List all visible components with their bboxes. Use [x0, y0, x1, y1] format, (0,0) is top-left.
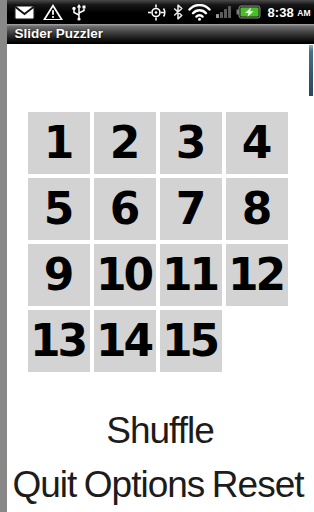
shuffle-button[interactable]: Shuffle [106, 409, 214, 453]
tile-2[interactable]: 2 [94, 112, 156, 174]
tile-10[interactable]: 10 [94, 244, 156, 306]
app-title-bar: Slider Puzzler [7, 24, 314, 44]
status-bar-notifications [14, 4, 87, 21]
status-bar-system: 8:38 AM [148, 4, 311, 21]
tile-3[interactable]: 3 [160, 112, 222, 174]
app-title: Slider Puzzler [15, 26, 104, 41]
status-bar-clock: 8:38 AM [268, 5, 311, 20]
mail-icon [14, 5, 35, 20]
status-bar: 8:38 AM [7, 0, 314, 24]
tile-1[interactable]: 1 [28, 112, 90, 174]
quit-button[interactable]: Quit [13, 463, 77, 507]
usb-icon [71, 4, 87, 21]
tile-7[interactable]: 7 [160, 178, 222, 240]
empty-cell [226, 310, 288, 372]
tile-5[interactable]: 5 [28, 178, 90, 240]
vertical-scrollbar[interactable] [309, 45, 313, 96]
tile-8[interactable]: 8 [226, 178, 288, 240]
tile-11[interactable]: 11 [160, 244, 222, 306]
shuffle-row: Shuffle [7, 409, 314, 453]
tile-9[interactable]: 9 [28, 244, 90, 306]
phone-screen: 8:38 AM Slider Puzzler 12345678910111213… [7, 0, 314, 512]
wifi-icon [188, 4, 211, 21]
bluetooth-icon [173, 4, 183, 20]
tile-15[interactable]: 15 [160, 310, 222, 372]
tile-14[interactable]: 14 [94, 310, 156, 372]
gps-icon [148, 4, 168, 21]
tile-12[interactable]: 12 [226, 244, 288, 306]
puzzle-board: 123456789101112131415 [28, 112, 288, 372]
battery-charging-icon [236, 5, 261, 19]
clock-time: 8:38 [268, 5, 294, 20]
tile-4[interactable]: 4 [226, 112, 288, 174]
bottom-menu: Quit Options Reset [7, 463, 314, 507]
tile-6[interactable]: 6 [94, 178, 156, 240]
reset-button[interactable]: Reset [212, 463, 304, 507]
tile-13[interactable]: 13 [28, 310, 90, 372]
clock-period: AM [297, 8, 310, 18]
signal-strength-icon [216, 6, 231, 18]
warning-icon [43, 4, 63, 20]
options-button[interactable]: Options [84, 463, 205, 507]
